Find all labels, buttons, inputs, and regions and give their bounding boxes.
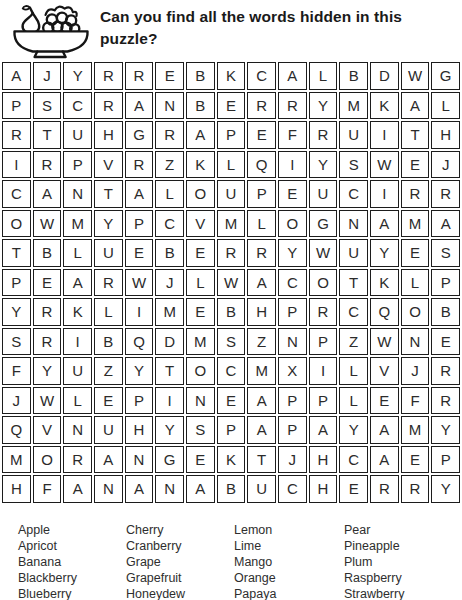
grid-cell-r6-c4[interactable]: Y bbox=[94, 210, 123, 238]
grid-cell-r3-c2[interactable]: T bbox=[33, 121, 62, 149]
grid-cell-r8-c1[interactable]: P bbox=[2, 269, 31, 297]
grid-cell-r1-c6[interactable]: E bbox=[155, 62, 184, 90]
grid-cell-r5-c9[interactable]: P bbox=[247, 180, 276, 208]
grid-cell-r2-c11[interactable]: Y bbox=[309, 92, 338, 120]
grid-cell-r7-c11[interactable]: W bbox=[309, 239, 338, 267]
grid-cell-r1-c14[interactable]: W bbox=[401, 62, 430, 90]
grid-cell-r11-c8[interactable]: C bbox=[217, 357, 246, 385]
grid-cell-r9-c1[interactable]: Y bbox=[2, 298, 31, 326]
grid-cell-r15-c5[interactable]: A bbox=[125, 475, 154, 503]
grid-cell-r13-c11[interactable]: A bbox=[309, 416, 338, 444]
grid-cell-r8-c11[interactable]: O bbox=[309, 269, 338, 297]
grid-cell-r12-c8[interactable]: E bbox=[217, 387, 246, 415]
grid-cell-r5-c5[interactable]: A bbox=[125, 180, 154, 208]
grid-cell-r7-c15[interactable]: S bbox=[431, 239, 460, 267]
grid-cell-r13-c12[interactable]: Y bbox=[339, 416, 368, 444]
grid-cell-r15-c7[interactable]: A bbox=[186, 475, 215, 503]
grid-cell-r4-c13[interactable]: W bbox=[370, 151, 399, 179]
grid-cell-r2-c1[interactable]: P bbox=[2, 92, 31, 120]
word-item: Papaya bbox=[234, 586, 344, 600]
grid-cell-r14-c14[interactable]: E bbox=[401, 446, 430, 474]
grid-cell-r1-c13[interactable]: D bbox=[370, 62, 399, 90]
grid-cell-r9-c14[interactable]: O bbox=[401, 298, 430, 326]
grid-cell-r12-c1[interactable]: J bbox=[2, 387, 31, 415]
grid-cell-r12-c15[interactable]: R bbox=[431, 387, 460, 415]
word-item: Blackberry bbox=[18, 570, 126, 586]
grid-cell-r5-c15[interactable]: R bbox=[431, 180, 460, 208]
grid-cell-r4-c9[interactable]: Q bbox=[247, 151, 276, 179]
grid-cell-r2-c14[interactable]: A bbox=[401, 92, 430, 120]
grid-cell-r11-c6[interactable]: T bbox=[155, 357, 184, 385]
grid-cell-r14-c7[interactable]: E bbox=[186, 446, 215, 474]
grid-cell-r15-c4[interactable]: N bbox=[94, 475, 123, 503]
grid-cell-r1-c9[interactable]: C bbox=[247, 62, 276, 90]
grid-cell-r11-c7[interactable]: O bbox=[186, 357, 215, 385]
grid-cell-r4-c11[interactable]: Y bbox=[309, 151, 338, 179]
grid-cell-r6-c14[interactable]: M bbox=[401, 210, 430, 238]
grid-cell-r15-c9[interactable]: U bbox=[247, 475, 276, 503]
grid-cell-r13-c6[interactable]: Y bbox=[155, 416, 184, 444]
grid-cell-r4-c12[interactable]: S bbox=[339, 151, 368, 179]
grid-cell-r8-c12[interactable]: T bbox=[339, 269, 368, 297]
grid-cell-r3-c8[interactable]: P bbox=[217, 121, 246, 149]
grid-cell-r4-c14[interactable]: E bbox=[401, 151, 430, 179]
grid-cell-r4-c7[interactable]: K bbox=[186, 151, 215, 179]
grid-cell-r13-c14[interactable]: M bbox=[401, 416, 430, 444]
word-item: Lemon bbox=[234, 522, 344, 538]
grid-cell-r4-c8[interactable]: L bbox=[217, 151, 246, 179]
grid-cell-r15-c1[interactable]: H bbox=[2, 475, 31, 503]
grid-cell-r2-c9[interactable]: R bbox=[247, 92, 276, 120]
grid-cell-r6-c13[interactable]: A bbox=[370, 210, 399, 238]
word-item: Orange bbox=[234, 570, 344, 586]
grid-cell-r11-c15[interactable]: R bbox=[431, 357, 460, 385]
grid-cell-r3-c5[interactable]: G bbox=[125, 121, 154, 149]
grid-cell-r10-c15[interactable]: E bbox=[431, 328, 460, 356]
grid-cell-r7-c6[interactable]: B bbox=[155, 239, 184, 267]
grid-cell-r3-c3[interactable]: U bbox=[63, 121, 92, 149]
grid-cell-r9-c2[interactable]: R bbox=[33, 298, 62, 326]
grid-cell-r4-c5[interactable]: R bbox=[125, 151, 154, 179]
grid-cell-r7-c4[interactable]: U bbox=[94, 239, 123, 267]
grid-cell-r1-c10[interactable]: A bbox=[278, 62, 307, 90]
grid-cell-r9-c10[interactable]: P bbox=[278, 298, 307, 326]
grid-cell-r7-c10[interactable]: Y bbox=[278, 239, 307, 267]
grid-cell-r10-c10[interactable]: N bbox=[278, 328, 307, 356]
grid-cell-r8-c13[interactable]: K bbox=[370, 269, 399, 297]
grid-cell-r11-c10[interactable]: X bbox=[278, 357, 307, 385]
grid-cell-r13-c8[interactable]: P bbox=[217, 416, 246, 444]
grid-cell-r14-c11[interactable]: H bbox=[309, 446, 338, 474]
word-list-column-2: CherryCranberryGrapeGrapefruitHoneydew bbox=[126, 522, 234, 600]
grid-cell-r6-c6[interactable]: C bbox=[155, 210, 184, 238]
grid-cell-r12-c5[interactable]: P bbox=[125, 387, 154, 415]
grid-cell-r6-c15[interactable]: A bbox=[431, 210, 460, 238]
grid-cell-r12-c9[interactable]: A bbox=[247, 387, 276, 415]
grid-cell-r14-c1[interactable]: M bbox=[2, 446, 31, 474]
grid-cell-r10-c7[interactable]: M bbox=[186, 328, 215, 356]
grid-cell-r5-c3[interactable]: N bbox=[63, 180, 92, 208]
grid-cell-r8-c10[interactable]: C bbox=[278, 269, 307, 297]
grid-cell-r9-c4[interactable]: L bbox=[94, 298, 123, 326]
grid-cell-r4-c2[interactable]: R bbox=[33, 151, 62, 179]
grid-cell-r1-c15[interactable]: G bbox=[431, 62, 460, 90]
grid-cell-r14-c9[interactable]: T bbox=[247, 446, 276, 474]
grid-cell-r14-c5[interactable]: N bbox=[125, 446, 154, 474]
grid-cell-r14-c12[interactable]: C bbox=[339, 446, 368, 474]
grid-cell-r6-c8[interactable]: M bbox=[217, 210, 246, 238]
grid-cell-r12-c11[interactable]: P bbox=[309, 387, 338, 415]
grid-cell-r7-c2[interactable]: B bbox=[33, 239, 62, 267]
grid-cell-r1-c5[interactable]: R bbox=[125, 62, 154, 90]
grid-cell-r14-c8[interactable]: K bbox=[217, 446, 246, 474]
grid-cell-r10-c12[interactable]: Z bbox=[339, 328, 368, 356]
grid-cell-r5-c1[interactable]: C bbox=[2, 180, 31, 208]
word-item: Banana bbox=[18, 554, 126, 570]
grid-cell-r10-c4[interactable]: B bbox=[94, 328, 123, 356]
word-item: Apricot bbox=[18, 538, 126, 554]
grid-cell-r5-c6[interactable]: L bbox=[155, 180, 184, 208]
grid-cell-r2-c13[interactable]: K bbox=[370, 92, 399, 120]
grid-cell-r13-c5[interactable]: H bbox=[125, 416, 154, 444]
grid-cell-r3-c14[interactable]: T bbox=[401, 121, 430, 149]
grid-cell-r12-c13[interactable]: E bbox=[370, 387, 399, 415]
grid-cell-r11-c5[interactable]: Y bbox=[125, 357, 154, 385]
grid-cell-r2-c15[interactable]: L bbox=[431, 92, 460, 120]
grid-cell-r14-c2[interactable]: O bbox=[33, 446, 62, 474]
grid-cell-r10-c6[interactable]: D bbox=[155, 328, 184, 356]
grid-cell-r10-c1[interactable]: S bbox=[2, 328, 31, 356]
word-item: Pear bbox=[344, 522, 452, 538]
grid-cell-r14-c6[interactable]: G bbox=[155, 446, 184, 474]
grid-cell-r5-c14[interactable]: R bbox=[401, 180, 430, 208]
grid-cell-r10-c14[interactable]: N bbox=[401, 328, 430, 356]
grid-cell-r9-c12[interactable]: C bbox=[339, 298, 368, 326]
grid-cell-r3-c12[interactable]: U bbox=[339, 121, 368, 149]
word-list-column-4: PearPineapplePlumRaspberryStrawberry bbox=[344, 522, 452, 600]
grid-cell-r7-c14[interactable]: E bbox=[401, 239, 430, 267]
grid-cell-r1-c4[interactable]: R bbox=[94, 62, 123, 90]
grid-cell-r7-c5[interactable]: E bbox=[125, 239, 154, 267]
grid-cell-r10-c2[interactable]: R bbox=[33, 328, 62, 356]
word-item: Mango bbox=[234, 554, 344, 570]
grid-cell-r13-c4[interactable]: U bbox=[94, 416, 123, 444]
grid-cell-r10-c3[interactable]: I bbox=[63, 328, 92, 356]
grid-cell-r14-c4[interactable]: A bbox=[94, 446, 123, 474]
puzzle-header: Can you find all the words hidden in thi… bbox=[0, 0, 462, 62]
grid-cell-r8-c15[interactable]: P bbox=[431, 269, 460, 297]
grid-cell-r13-c2[interactable]: V bbox=[33, 416, 62, 444]
grid-cell-r11-c14[interactable]: J bbox=[401, 357, 430, 385]
grid-cell-r1-c7[interactable]: B bbox=[186, 62, 215, 90]
grid-cell-r3-c9[interactable]: E bbox=[247, 121, 276, 149]
grid-cell-r13-c3[interactable]: N bbox=[63, 416, 92, 444]
grid-cell-r9-c11[interactable]: R bbox=[309, 298, 338, 326]
grid-cell-r14-c10[interactable]: J bbox=[278, 446, 307, 474]
grid-cell-r14-c3[interactable]: R bbox=[63, 446, 92, 474]
grid-cell-r8-c5[interactable]: W bbox=[125, 269, 154, 297]
grid-cell-r2-c4[interactable]: R bbox=[94, 92, 123, 120]
grid-cell-r15-c15[interactable]: Y bbox=[431, 475, 460, 503]
grid-cell-r13-c1[interactable]: Q bbox=[2, 416, 31, 444]
grid-cell-r15-c13[interactable]: R bbox=[370, 475, 399, 503]
grid-cell-r8-c4[interactable]: R bbox=[94, 269, 123, 297]
grid-cell-r9-c7[interactable]: E bbox=[186, 298, 215, 326]
grid-cell-r14-c13[interactable]: A bbox=[370, 446, 399, 474]
grid-cell-r3-c10[interactable]: F bbox=[278, 121, 307, 149]
grid-cell-r5-c4[interactable]: T bbox=[94, 180, 123, 208]
word-list: AppleApricotBananaBlackberryBlueberryChe… bbox=[0, 522, 462, 600]
grid-cell-r2-c7[interactable]: B bbox=[186, 92, 215, 120]
grid-cell-r7-c1[interactable]: T bbox=[2, 239, 31, 267]
grid-cell-r2-c10[interactable]: R bbox=[278, 92, 307, 120]
grid-cell-r15-c11[interactable]: H bbox=[309, 475, 338, 503]
word-item: Raspberry bbox=[344, 570, 452, 586]
grid-cell-r5-c11[interactable]: U bbox=[309, 180, 338, 208]
word-item: Cherry bbox=[126, 522, 234, 538]
grid-cell-r9-c6[interactable]: M bbox=[155, 298, 184, 326]
grid-cell-r12-c10[interactable]: P bbox=[278, 387, 307, 415]
grid-cell-r3-c1[interactable]: R bbox=[2, 121, 31, 149]
grid-cell-r14-c15[interactable]: P bbox=[431, 446, 460, 474]
grid-cell-r9-c3[interactable]: K bbox=[63, 298, 92, 326]
grid-cell-r6-c10[interactable]: O bbox=[278, 210, 307, 238]
grid-cell-r1-c2[interactable]: J bbox=[33, 62, 62, 90]
grid-cell-r2-c2[interactable]: S bbox=[33, 92, 62, 120]
grid-cell-r11-c12[interactable]: L bbox=[339, 357, 368, 385]
grid-cell-r8-c14[interactable]: L bbox=[401, 269, 430, 297]
grid-cell-r11-c13[interactable]: V bbox=[370, 357, 399, 385]
grid-cell-r7-c3[interactable]: L bbox=[63, 239, 92, 267]
grid-cell-r9-c9[interactable]: H bbox=[247, 298, 276, 326]
grid-cell-r12-c12[interactable]: L bbox=[339, 387, 368, 415]
grid-cell-r3-c4[interactable]: H bbox=[94, 121, 123, 149]
grid-cell-r7-c9[interactable]: R bbox=[247, 239, 276, 267]
grid-cell-r11-c11[interactable]: I bbox=[309, 357, 338, 385]
word-list-column-3: LemonLimeMangoOrangePapaya bbox=[234, 522, 344, 600]
grid-cell-r15-c8[interactable]: B bbox=[217, 475, 246, 503]
grid-cell-r4-c3[interactable]: P bbox=[63, 151, 92, 179]
grid-cell-r7-c7[interactable]: E bbox=[186, 239, 215, 267]
grid-cell-r9-c15[interactable]: B bbox=[431, 298, 460, 326]
grid-cell-r1-c12[interactable]: B bbox=[339, 62, 368, 90]
grid-cell-r3-c11[interactable]: R bbox=[309, 121, 338, 149]
grid-cell-r12-c7[interactable]: N bbox=[186, 387, 215, 415]
grid-cell-r9-c5[interactable]: I bbox=[125, 298, 154, 326]
word-item: Strawberry bbox=[344, 586, 452, 600]
grid-cell-r8-c2[interactable]: E bbox=[33, 269, 62, 297]
grid-cell-r4-c10[interactable]: I bbox=[278, 151, 307, 179]
grid-cell-r6-c11[interactable]: G bbox=[309, 210, 338, 238]
grid-cell-r1-c11[interactable]: L bbox=[309, 62, 338, 90]
grid-cell-r5-c10[interactable]: E bbox=[278, 180, 307, 208]
word-item: Grape bbox=[126, 554, 234, 570]
grid-cell-r12-c4[interactable]: E bbox=[94, 387, 123, 415]
grid-cell-r10-c9[interactable]: Z bbox=[247, 328, 276, 356]
fruit-bowl-icon bbox=[9, 2, 93, 63]
grid-cell-r7-c8[interactable]: R bbox=[217, 239, 246, 267]
grid-cell-r10-c11[interactable]: P bbox=[309, 328, 338, 356]
grid-cell-r15-c12[interactable]: E bbox=[339, 475, 368, 503]
grid-cell-r8-c3[interactable]: A bbox=[63, 269, 92, 297]
grid-cell-r8-c9[interactable]: A bbox=[247, 269, 276, 297]
grid-cell-r10-c5[interactable]: Q bbox=[125, 328, 154, 356]
grid-cell-r15-c10[interactable]: C bbox=[278, 475, 307, 503]
grid-cell-r11-c9[interactable]: M bbox=[247, 357, 276, 385]
grid-cell-r4-c15[interactable]: J bbox=[431, 151, 460, 179]
grid-cell-r6-c9[interactable]: L bbox=[247, 210, 276, 238]
grid-cell-r5-c12[interactable]: C bbox=[339, 180, 368, 208]
grid-cell-r12-c3[interactable]: L bbox=[63, 387, 92, 415]
grid-cell-r13-c15[interactable]: Y bbox=[431, 416, 460, 444]
grid-cell-r12-c14[interactable]: F bbox=[401, 387, 430, 415]
word-item: Apple bbox=[18, 522, 126, 538]
grid-cell-r6-c5[interactable]: P bbox=[125, 210, 154, 238]
grid-cell-r11-c4[interactable]: Z bbox=[94, 357, 123, 385]
grid-cell-r5-c7[interactable]: O bbox=[186, 180, 215, 208]
grid-cell-r6-c12[interactable]: N bbox=[339, 210, 368, 238]
grid-cell-r3-c7[interactable]: A bbox=[186, 121, 215, 149]
word-item: Plum bbox=[344, 554, 452, 570]
grid-cell-r10-c8[interactable]: S bbox=[217, 328, 246, 356]
grid-cell-r2-c5[interactable]: A bbox=[125, 92, 154, 120]
grid-cell-r4-c4[interactable]: V bbox=[94, 151, 123, 179]
grid-cell-r4-c6[interactable]: Z bbox=[155, 151, 184, 179]
grid-cell-r11-c1[interactable]: F bbox=[2, 357, 31, 385]
grid-cell-r4-c1[interactable]: I bbox=[2, 151, 31, 179]
grid-cell-r5-c8[interactable]: U bbox=[217, 180, 246, 208]
word-list-column-1: AppleApricotBananaBlackberryBlueberry bbox=[18, 522, 126, 600]
grid-cell-r13-c13[interactable]: A bbox=[370, 416, 399, 444]
grid-cell-r12-c2[interactable]: W bbox=[33, 387, 62, 415]
word-item: Lime bbox=[234, 538, 344, 554]
word-item: Cranberry bbox=[126, 538, 234, 554]
grid-cell-r11-c3[interactable]: U bbox=[63, 357, 92, 385]
grid-cell-r8-c8[interactable]: W bbox=[217, 269, 246, 297]
grid-cell-r8-c7[interactable]: L bbox=[186, 269, 215, 297]
grid-cell-r2-c8[interactable]: E bbox=[217, 92, 246, 120]
word-item: Honeydew bbox=[126, 586, 234, 600]
word-item: Grapefruit bbox=[126, 570, 234, 586]
grid-cell-r10-c13[interactable]: W bbox=[370, 328, 399, 356]
grid-cell-r1-c1[interactable]: A bbox=[2, 62, 31, 90]
grid-cell-r3-c13[interactable]: I bbox=[370, 121, 399, 149]
grid-cell-r15-c6[interactable]: N bbox=[155, 475, 184, 503]
grid-cell-r13-c7[interactable]: S bbox=[186, 416, 215, 444]
grid-cell-r2-c12[interactable]: M bbox=[339, 92, 368, 120]
grid-cell-r12-c6[interactable]: I bbox=[155, 387, 184, 415]
grid-cell-r9-c13[interactable]: Q bbox=[370, 298, 399, 326]
grid-cell-r1-c8[interactable]: K bbox=[217, 62, 246, 90]
grid-cell-r6-c3[interactable]: M bbox=[63, 210, 92, 238]
word-item: Pineapple bbox=[344, 538, 452, 554]
grid-cell-r5-c13[interactable]: I bbox=[370, 180, 399, 208]
grid-cell-r9-c8[interactable]: B bbox=[217, 298, 246, 326]
grid-cell-r15-c2[interactable]: F bbox=[33, 475, 62, 503]
grid-cell-r5-c2[interactable]: A bbox=[33, 180, 62, 208]
grid-cell-r7-c13[interactable]: Y bbox=[370, 239, 399, 267]
word-search-grid: AJYRREBKCALBDWGPSCRANBERRYMKALRTUHGRAPEF… bbox=[2, 62, 460, 503]
grid-cell-r8-c6[interactable]: J bbox=[155, 269, 184, 297]
word-item: Blueberry bbox=[18, 586, 126, 600]
grid-cell-r15-c3[interactable]: A bbox=[63, 475, 92, 503]
grid-cell-r6-c1[interactable]: O bbox=[2, 210, 31, 238]
grid-cell-r15-c14[interactable]: R bbox=[401, 475, 430, 503]
grid-cell-r3-c6[interactable]: R bbox=[155, 121, 184, 149]
grid-cell-r6-c7[interactable]: V bbox=[186, 210, 215, 238]
grid-cell-r13-c9[interactable]: A bbox=[247, 416, 276, 444]
grid-cell-r2-c3[interactable]: C bbox=[63, 92, 92, 120]
grid-cell-r3-c15[interactable]: H bbox=[431, 121, 460, 149]
grid-cell-r1-c3[interactable]: Y bbox=[63, 62, 92, 90]
grid-cell-r7-c12[interactable]: U bbox=[339, 239, 368, 267]
grid-cell-r11-c2[interactable]: Y bbox=[33, 357, 62, 385]
page-title: Can you find all the words hidden in thi… bbox=[100, 6, 402, 50]
grid-cell-r13-c10[interactable]: P bbox=[278, 416, 307, 444]
grid-cell-r2-c6[interactable]: N bbox=[155, 92, 184, 120]
grid-cell-r6-c2[interactable]: W bbox=[33, 210, 62, 238]
